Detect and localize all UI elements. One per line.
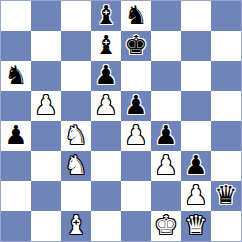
- square-f4[interactable]: ♟: [151, 121, 181, 151]
- black-king: ♚: [124, 32, 147, 58]
- square-d6[interactable]: ♟: [91, 61, 121, 91]
- square-g3[interactable]: ♟: [181, 151, 211, 181]
- square-b5[interactable]: ♟: [31, 91, 61, 121]
- square-g2[interactable]: ♟: [181, 181, 211, 211]
- square-e1[interactable]: [121, 211, 151, 241]
- white-knight: ♞: [64, 152, 87, 178]
- chess-board-frame: ♝♞♝♚♞♟♟♟♟♟♞♟♟♞♟♟♟♛♝♚♛: [0, 0, 242, 242]
- square-d7[interactable]: ♝: [91, 31, 121, 61]
- square-d2[interactable]: [91, 181, 121, 211]
- square-b1[interactable]: [31, 211, 61, 241]
- square-f6[interactable]: [151, 61, 181, 91]
- square-b8[interactable]: [31, 1, 61, 31]
- square-b7[interactable]: [31, 31, 61, 61]
- square-a1[interactable]: [1, 211, 31, 241]
- black-knight: ♞: [124, 2, 147, 28]
- square-c6[interactable]: [61, 61, 91, 91]
- square-e7[interactable]: ♚: [121, 31, 151, 61]
- black-pawn: ♟: [154, 122, 177, 148]
- square-g6[interactable]: [181, 61, 211, 91]
- square-h4[interactable]: [211, 121, 241, 151]
- square-a6[interactable]: ♞: [1, 61, 31, 91]
- square-b3[interactable]: [31, 151, 61, 181]
- white-king: ♚: [154, 212, 177, 238]
- square-a8[interactable]: [1, 1, 31, 31]
- white-pawn: ♟: [34, 92, 57, 118]
- square-h6[interactable]: [211, 61, 241, 91]
- square-f3[interactable]: ♟: [151, 151, 181, 181]
- square-d1[interactable]: [91, 211, 121, 241]
- white-pawn: ♟: [154, 152, 177, 178]
- square-g5[interactable]: [181, 91, 211, 121]
- square-f1[interactable]: ♚: [151, 211, 181, 241]
- square-e4[interactable]: ♟: [121, 121, 151, 151]
- square-d8[interactable]: ♝: [91, 1, 121, 31]
- square-f7[interactable]: [151, 31, 181, 61]
- square-c8[interactable]: [61, 1, 91, 31]
- square-h7[interactable]: [211, 31, 241, 61]
- square-a4[interactable]: ♟: [1, 121, 31, 151]
- square-g1[interactable]: ♛: [181, 211, 211, 241]
- square-e2[interactable]: [121, 181, 151, 211]
- square-e3[interactable]: [121, 151, 151, 181]
- square-b2[interactable]: [31, 181, 61, 211]
- black-pawn: ♟: [124, 92, 147, 118]
- square-c2[interactable]: [61, 181, 91, 211]
- square-a2[interactable]: [1, 181, 31, 211]
- white-knight: ♞: [64, 122, 87, 148]
- black-pawn: ♟: [184, 152, 207, 178]
- square-e6[interactable]: [121, 61, 151, 91]
- square-h3[interactable]: [211, 151, 241, 181]
- square-c7[interactable]: [61, 31, 91, 61]
- square-b6[interactable]: [31, 61, 61, 91]
- black-queen: ♛: [214, 182, 237, 208]
- square-c4[interactable]: ♞: [61, 121, 91, 151]
- white-pawn: ♟: [184, 182, 207, 208]
- square-f5[interactable]: [151, 91, 181, 121]
- white-queen: ♛: [184, 212, 207, 238]
- square-c1[interactable]: ♝: [61, 211, 91, 241]
- square-c3[interactable]: ♞: [61, 151, 91, 181]
- black-bishop: ♝: [94, 2, 117, 28]
- square-h1[interactable]: [211, 211, 241, 241]
- black-bishop: ♝: [94, 32, 117, 58]
- square-g4[interactable]: [181, 121, 211, 151]
- black-pawn: ♟: [4, 122, 27, 148]
- white-bishop: ♝: [64, 212, 87, 238]
- square-d4[interactable]: [91, 121, 121, 151]
- square-d5[interactable]: ♟: [91, 91, 121, 121]
- square-h2[interactable]: ♛: [211, 181, 241, 211]
- square-h8[interactable]: [211, 1, 241, 31]
- square-c5[interactable]: [61, 91, 91, 121]
- square-f8[interactable]: [151, 1, 181, 31]
- black-pawn: ♟: [94, 62, 117, 88]
- square-a5[interactable]: [1, 91, 31, 121]
- square-a7[interactable]: [1, 31, 31, 61]
- white-pawn: ♟: [94, 92, 117, 118]
- black-knight: ♞: [4, 62, 27, 88]
- square-h5[interactable]: [211, 91, 241, 121]
- square-e8[interactable]: ♞: [121, 1, 151, 31]
- white-pawn: ♟: [124, 122, 147, 148]
- square-b4[interactable]: [31, 121, 61, 151]
- square-g8[interactable]: [181, 1, 211, 31]
- chess-board: ♝♞♝♚♞♟♟♟♟♟♞♟♟♞♟♟♟♛♝♚♛: [1, 1, 241, 241]
- square-g7[interactable]: [181, 31, 211, 61]
- square-d3[interactable]: [91, 151, 121, 181]
- square-f2[interactable]: [151, 181, 181, 211]
- square-a3[interactable]: [1, 151, 31, 181]
- square-e5[interactable]: ♟: [121, 91, 151, 121]
